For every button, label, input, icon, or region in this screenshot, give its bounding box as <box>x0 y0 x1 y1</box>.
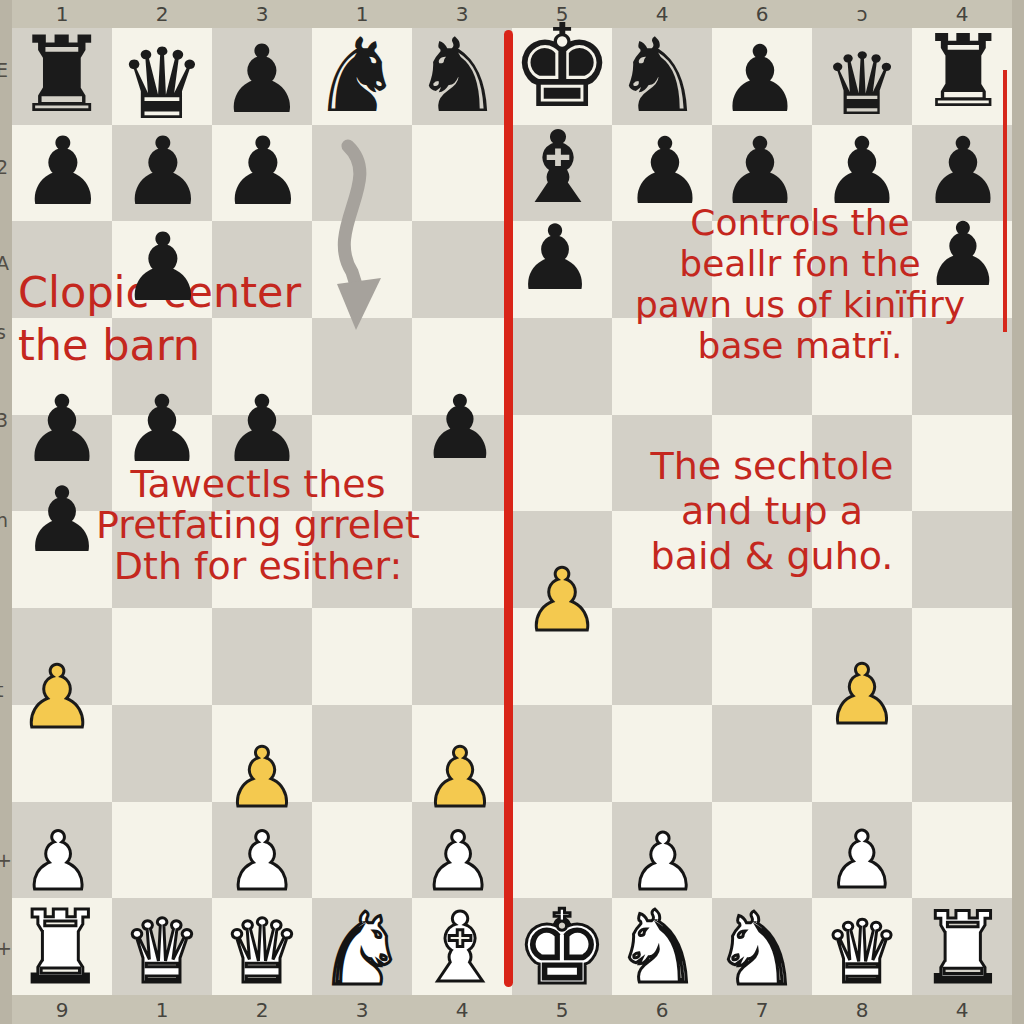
white-king: ♚ <box>516 897 607 999</box>
annotation-right-bottom: The sechtole and tup a baid & guho. <box>651 444 894 579</box>
board-square <box>512 802 612 899</box>
annotation-right-top: Controls the beallr fon the pawn us of k… <box>635 202 965 366</box>
black-pawn: ♟ <box>924 211 1003 299</box>
chess-diagram: Clopic center the barn Tawectls thes Pre… <box>0 0 1024 1024</box>
black-pawn: ♟ <box>421 384 500 472</box>
board-square <box>412 511 512 608</box>
board-square <box>112 608 212 705</box>
annotation-line: The sechtole <box>651 444 894 489</box>
board-square <box>912 705 1012 802</box>
black-pawn: ♟ <box>624 126 706 218</box>
black-queen: ♛ <box>823 41 900 127</box>
yellow-pawn: ♟ <box>523 557 600 643</box>
annotation-line: beallr fon the <box>635 243 965 284</box>
annotation-line: base matrï. <box>635 325 965 366</box>
white-bishop: ♝ <box>417 900 503 996</box>
file-label-top: 6 <box>756 2 769 26</box>
black-bishop: ♝ <box>513 118 603 218</box>
black-pawn: ♟ <box>515 213 596 303</box>
yellow-pawn: ♟ <box>18 654 95 740</box>
board-square <box>912 415 1012 512</box>
edge-rank-mark: + <box>0 849 16 871</box>
board-square <box>912 608 1012 705</box>
annotation-line: the barn <box>18 319 301 372</box>
white-rook: ♜ <box>919 899 1007 997</box>
edge-rank-mark: A <box>0 252 16 274</box>
divider-line <box>504 30 513 987</box>
white-pawn: ♟ <box>226 822 298 902</box>
black-pawn: ♟ <box>21 384 103 476</box>
black-knight: ♞ <box>311 25 402 127</box>
board-right-edge <box>1012 0 1024 1024</box>
white-knight: ♞ <box>712 900 802 1000</box>
edge-rank-mark: s <box>0 321 16 343</box>
file-label-top: ɔ <box>857 2 868 26</box>
board-square <box>612 608 712 705</box>
yellow-pawn: ♟ <box>825 654 899 736</box>
annotation-line: and tup a <box>651 489 894 534</box>
black-pawn: ♟ <box>220 33 304 127</box>
board-square <box>512 415 612 512</box>
annotation-line: Pretfating grrelet <box>96 505 420 546</box>
black-pawn: ♟ <box>121 125 205 219</box>
white-rook: ♜ <box>15 898 105 998</box>
annotation-line: pawn us of kinïfiry <box>635 284 965 325</box>
board-square <box>212 608 312 705</box>
board-square <box>712 802 812 899</box>
white-queen: ♛ <box>123 908 202 996</box>
board-square <box>312 802 412 899</box>
black-pawn: ♟ <box>21 125 105 219</box>
move-arrow-icon <box>316 136 400 342</box>
black-pawn: ♟ <box>821 126 903 218</box>
white-queen: ♛ <box>223 908 302 996</box>
black-rook: ♜ <box>918 22 1008 122</box>
edge-rank-mark: t <box>0 679 16 701</box>
black-king: ♚ <box>510 9 613 124</box>
yellow-pawn: ♟ <box>225 737 299 819</box>
yellow-pawn: ♟ <box>423 737 497 819</box>
black-pawn: ♟ <box>221 125 305 219</box>
white-knight: ♞ <box>317 900 407 1000</box>
black-rook: ♜ <box>15 23 109 128</box>
black-knight: ♞ <box>612 25 703 127</box>
edge-rank-mark: + <box>0 937 16 959</box>
edge-rank-mark: 3 <box>0 409 16 431</box>
board-square <box>412 221 512 318</box>
board-square <box>512 318 612 415</box>
white-queen: ♛ <box>823 909 900 995</box>
board-square <box>712 705 812 802</box>
board-square <box>512 705 612 802</box>
file-label-top: 2 <box>156 2 169 26</box>
black-pawn: ♟ <box>121 221 205 315</box>
black-pawn: ♟ <box>221 384 303 476</box>
board-square <box>912 511 1012 608</box>
board-square <box>312 608 412 705</box>
annotation-line: baid & guho. <box>651 534 894 579</box>
edge-rank-mark: 2 <box>0 156 16 178</box>
black-pawn: ♟ <box>121 384 203 476</box>
annotation-line: Dth for esither: <box>96 546 420 587</box>
board-square <box>412 608 512 705</box>
white-pawn: ♟ <box>827 821 897 899</box>
black-pawn: ♟ <box>719 126 801 218</box>
edge-rank-mark: E <box>0 59 16 81</box>
black-knight: ♞ <box>412 25 503 127</box>
white-knight: ♞ <box>613 898 703 998</box>
white-pawn: ♟ <box>422 822 494 902</box>
board-square <box>312 705 412 802</box>
board-square <box>112 802 212 899</box>
board-square <box>912 802 1012 899</box>
right-red-line <box>1003 70 1007 332</box>
black-pawn: ♟ <box>22 475 103 565</box>
board-square <box>612 705 712 802</box>
board-square <box>712 608 812 705</box>
board-square <box>112 705 212 802</box>
board-square <box>412 125 512 222</box>
black-pawn: ♟ <box>719 34 801 126</box>
file-label-top: 3 <box>256 2 269 26</box>
edge-rank-mark: h <box>0 509 16 531</box>
